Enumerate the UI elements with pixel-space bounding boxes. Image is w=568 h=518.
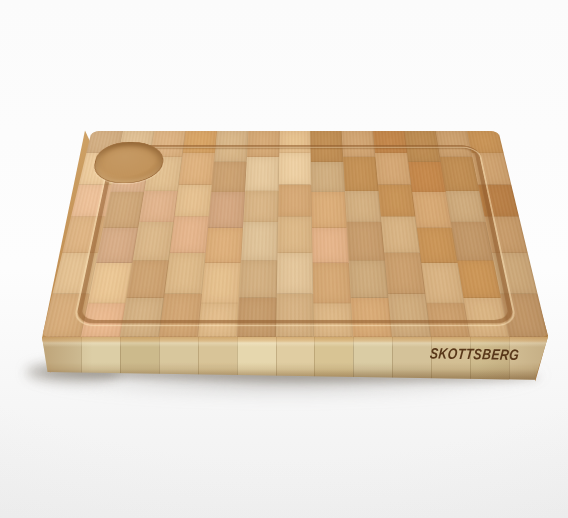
front-strip (353, 337, 392, 383)
board-top-face (42, 131, 548, 337)
front-strip (314, 337, 353, 383)
product-photo-scene: SKOTTSBERG (0, 0, 568, 518)
brand-logo-text: SKOTTSBERG (429, 344, 520, 363)
front-strip (392, 337, 431, 383)
